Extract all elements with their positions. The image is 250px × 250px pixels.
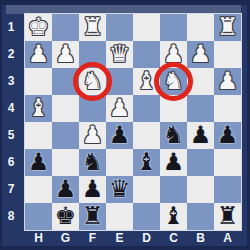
piece-wP-h2[interactable]: ♟ [25, 41, 52, 68]
square-b3[interactable] [187, 68, 214, 95]
square-h4[interactable]: ♝ [25, 95, 52, 122]
square-f7[interactable]: ♟ [79, 176, 106, 203]
square-c8[interactable]: ♝ [160, 203, 187, 230]
piece-bP-e5[interactable]: ♟ [106, 122, 133, 149]
square-h3[interactable] [25, 68, 52, 95]
piece-wP-f5[interactable]: ♟ [79, 122, 106, 149]
square-c2[interactable]: ♟ [160, 41, 187, 68]
piece-bP-a5[interactable]: ♟ [214, 122, 241, 149]
square-g7[interactable]: ♟ [52, 176, 79, 203]
square-b5[interactable]: ♟ [187, 122, 214, 149]
square-e5[interactable]: ♟ [106, 122, 133, 149]
square-c3[interactable]: ♞ [160, 68, 187, 95]
square-a8[interactable]: ♜ [214, 203, 241, 230]
square-f1[interactable]: ♜ [79, 14, 106, 41]
file-labels: HGFEDCBA [25, 230, 241, 246]
rank-label-5: 5 [0, 122, 22, 149]
square-g6[interactable] [52, 149, 79, 176]
square-e3[interactable] [106, 68, 133, 95]
square-d2[interactable] [133, 41, 160, 68]
file-label-c: C [160, 230, 187, 246]
square-a4[interactable] [214, 95, 241, 122]
rank-label-4: 4 [0, 95, 22, 122]
square-g3[interactable] [52, 68, 79, 95]
square-h5[interactable] [25, 122, 52, 149]
square-g1[interactable] [52, 14, 79, 41]
square-f5[interactable]: ♟ [79, 122, 106, 149]
square-e1[interactable] [106, 14, 133, 41]
square-f8[interactable]: ♜ [79, 203, 106, 230]
square-h2[interactable]: ♟ [25, 41, 52, 68]
square-f2[interactable] [79, 41, 106, 68]
square-a1[interactable]: ♜ [214, 14, 241, 41]
rank-label-2: 2 [0, 41, 22, 68]
square-b8[interactable] [187, 203, 214, 230]
square-h7[interactable] [25, 176, 52, 203]
square-g2[interactable]: ♟ [52, 41, 79, 68]
square-a7[interactable] [214, 176, 241, 203]
square-d7[interactable] [133, 176, 160, 203]
file-label-e: E [106, 230, 133, 246]
piece-bN-f6[interactable]: ♞ [79, 149, 106, 176]
square-c6[interactable]: ♟ [160, 149, 187, 176]
square-f4[interactable] [79, 95, 106, 122]
piece-wB-d3[interactable]: ♝ [133, 68, 160, 95]
piece-bP-c6[interactable]: ♟ [160, 149, 187, 176]
square-d3[interactable]: ♝ [133, 68, 160, 95]
rank-label-1: 1 [0, 14, 22, 41]
square-b6[interactable] [187, 149, 214, 176]
piece-bP-h6[interactable]: ♟ [25, 149, 52, 176]
file-label-d: D [133, 230, 160, 246]
square-g5[interactable] [52, 122, 79, 149]
square-e4[interactable]: ♟ [106, 95, 133, 122]
file-label-f: F [79, 230, 106, 246]
piece-bB-c8[interactable]: ♝ [160, 203, 187, 230]
square-f3[interactable]: ♞ [79, 68, 106, 95]
square-f6[interactable]: ♞ [79, 149, 106, 176]
piece-wP-e4[interactable]: ♟ [106, 95, 133, 122]
square-c7[interactable] [160, 176, 187, 203]
piece-bR-f8[interactable]: ♜ [79, 203, 106, 230]
square-b1[interactable] [187, 14, 214, 41]
rank-label-6: 6 [0, 149, 22, 176]
square-c4[interactable] [160, 95, 187, 122]
square-h6[interactable]: ♟ [25, 149, 52, 176]
square-h1[interactable]: ♚ [25, 14, 52, 41]
file-label-g: G [52, 230, 79, 246]
piece-wN-c3[interactable]: ♞ [160, 68, 187, 95]
piece-bP-b5[interactable]: ♟ [187, 122, 214, 149]
chess-diagram: 12345678 HGFEDCBA ♚♜♜♟♟♛♟♟♞♝♞♟♝♟♟♟♞♟♟♟♞♝… [0, 0, 250, 250]
piece-wP-b2[interactable]: ♟ [187, 41, 214, 68]
board: ♚♜♜♟♟♛♟♟♞♝♞♟♝♟♟♟♞♟♟♟♞♝♟♟♟♛♚♜♝♜ [25, 14, 241, 230]
square-e6[interactable] [106, 149, 133, 176]
rank-label-7: 7 [0, 176, 22, 203]
piece-wR-f1[interactable]: ♜ [79, 14, 106, 41]
square-e8[interactable] [106, 203, 133, 230]
square-b2[interactable]: ♟ [187, 41, 214, 68]
square-g8[interactable]: ♚ [52, 203, 79, 230]
square-c5[interactable]: ♞ [160, 122, 187, 149]
square-h8[interactable] [25, 203, 52, 230]
square-d6[interactable]: ♝ [133, 149, 160, 176]
file-label-h: H [25, 230, 52, 246]
piece-wP-g2[interactable]: ♟ [52, 41, 79, 68]
square-c1[interactable] [160, 14, 187, 41]
square-a6[interactable] [214, 149, 241, 176]
piece-wR-a1[interactable]: ♜ [214, 14, 241, 41]
piece-bP-f7[interactable]: ♟ [79, 176, 106, 203]
square-a2[interactable] [214, 41, 241, 68]
piece-wN-f3[interactable]: ♞ [79, 68, 106, 95]
file-label-a: A [214, 230, 241, 246]
piece-bK-g8[interactable]: ♚ [52, 203, 79, 230]
square-b4[interactable] [187, 95, 214, 122]
square-d8[interactable] [133, 203, 160, 230]
piece-bB-d6[interactable]: ♝ [133, 149, 160, 176]
square-d1[interactable] [133, 14, 160, 41]
piece-bR-a8[interactable]: ♜ [214, 203, 241, 230]
rank-label-3: 3 [0, 68, 22, 95]
rank-label-8: 8 [0, 203, 22, 230]
square-d4[interactable] [133, 95, 160, 122]
piece-wP-a3[interactable]: ♟ [214, 68, 241, 95]
piece-bQ-e7[interactable]: ♛ [106, 176, 133, 203]
square-b7[interactable] [187, 176, 214, 203]
square-d5[interactable] [133, 122, 160, 149]
file-label-b: B [187, 230, 214, 246]
square-e2[interactable]: ♛ [106, 41, 133, 68]
square-g4[interactable] [52, 95, 79, 122]
square-a3[interactable]: ♟ [214, 68, 241, 95]
piece-wB-h4[interactable]: ♝ [25, 95, 52, 122]
piece-wK-h1[interactable]: ♚ [25, 14, 52, 41]
piece-bN-c5[interactable]: ♞ [160, 122, 187, 149]
square-e7[interactable]: ♛ [106, 176, 133, 203]
piece-wQ-e2[interactable]: ♛ [106, 41, 133, 68]
piece-bP-g7[interactable]: ♟ [52, 176, 79, 203]
square-a5[interactable]: ♟ [214, 122, 241, 149]
piece-wP-c2[interactable]: ♟ [160, 41, 187, 68]
rank-labels: 12345678 [0, 14, 25, 230]
